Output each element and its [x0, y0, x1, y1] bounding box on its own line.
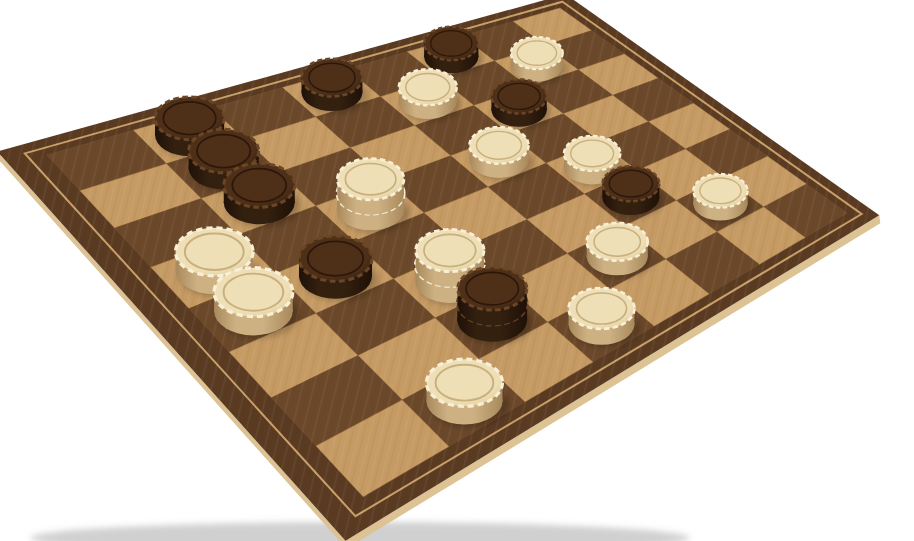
- light-man-r4c7[interactable]: [569, 288, 640, 347]
- dark-man-r2c2[interactable]: [491, 79, 551, 128]
- dark-man-r6c2[interactable]: [224, 163, 301, 226]
- dark-king-r5c6[interactable]: [457, 267, 532, 344]
- light-king-r5c3[interactable]: [337, 159, 410, 233]
- dark-man-r2c0[interactable]: [424, 27, 483, 75]
- light-man-r3c1[interactable]: [399, 69, 462, 121]
- light-man-r1c6[interactable]: [693, 174, 752, 222]
- dark-man-r6c4[interactable]: [299, 236, 378, 301]
- light-man-r3c3[interactable]: [469, 127, 533, 180]
- checkers-board-photo: [0, 0, 914, 541]
- light-man-r1c1[interactable]: [511, 37, 567, 83]
- checkers-scene: [0, 0, 914, 541]
- light-man-r3c6[interactable]: [587, 223, 653, 277]
- dark-man-r4c0[interactable]: [302, 59, 368, 113]
- light-man-r6c7[interactable]: [426, 359, 508, 427]
- dark-man-r2c5[interactable]: [602, 166, 663, 217]
- light-man-r7c4[interactable]: [214, 268, 299, 338]
